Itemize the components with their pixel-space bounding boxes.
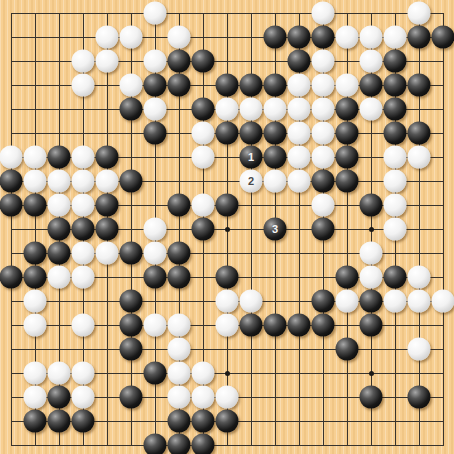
white-stone	[384, 218, 407, 241]
black-stone	[264, 74, 287, 97]
black-stone	[336, 98, 359, 121]
black-stone	[336, 266, 359, 289]
white-stone	[168, 386, 191, 409]
black-stone	[24, 266, 47, 289]
white-stone	[432, 290, 454, 313]
black-stone	[168, 194, 191, 217]
white-stone	[216, 290, 239, 313]
black-stone	[0, 194, 23, 217]
white-stone	[192, 194, 215, 217]
white-stone	[168, 338, 191, 361]
white-stone	[96, 170, 119, 193]
white-stone	[312, 2, 335, 25]
black-stone	[336, 122, 359, 145]
black-stone	[216, 266, 239, 289]
black-stone	[144, 74, 167, 97]
star-point	[225, 371, 230, 376]
white-stone	[408, 290, 431, 313]
black-stone	[168, 242, 191, 265]
black-stone	[240, 74, 263, 97]
black-stone	[384, 98, 407, 121]
white-stone	[360, 50, 383, 73]
white-stone	[192, 122, 215, 145]
black-stone	[384, 122, 407, 145]
white-stone	[360, 266, 383, 289]
white-stone	[408, 2, 431, 25]
black-stone	[168, 74, 191, 97]
black-stone	[432, 26, 454, 49]
white-stone	[408, 338, 431, 361]
white-stone	[312, 74, 335, 97]
black-stone	[192, 410, 215, 433]
black-stone	[96, 146, 119, 169]
white-stone	[72, 386, 95, 409]
white-stone	[312, 146, 335, 169]
black-stone	[168, 266, 191, 289]
white-stone	[408, 266, 431, 289]
black-stone	[312, 218, 335, 241]
move-number-label: 3	[272, 224, 278, 235]
white-stone	[72, 266, 95, 289]
black-stone	[408, 26, 431, 49]
white-stone	[72, 74, 95, 97]
black-stone	[120, 386, 143, 409]
black-stone	[192, 434, 215, 454]
black-stone	[408, 386, 431, 409]
white-stone	[144, 242, 167, 265]
white-stone	[168, 362, 191, 385]
white-stone	[312, 50, 335, 73]
star-point	[369, 227, 374, 232]
black-stone	[192, 50, 215, 73]
white-stone	[216, 386, 239, 409]
black-stone	[264, 122, 287, 145]
black-stone	[336, 338, 359, 361]
white-stone	[96, 50, 119, 73]
white-stone	[312, 98, 335, 121]
black-stone	[312, 290, 335, 313]
black-stone	[264, 146, 287, 169]
white-stone	[384, 146, 407, 169]
black-stone	[48, 386, 71, 409]
black-stone	[360, 290, 383, 313]
black-stone	[48, 242, 71, 265]
black-stone	[264, 26, 287, 49]
black-stone	[24, 194, 47, 217]
black-stone	[408, 122, 431, 145]
move-1-black-stone: 1	[240, 146, 263, 169]
white-stone	[144, 2, 167, 25]
white-stone	[288, 146, 311, 169]
white-stone	[168, 26, 191, 49]
black-stone	[288, 50, 311, 73]
white-stone	[24, 314, 47, 337]
white-stone	[312, 122, 335, 145]
black-stone	[96, 194, 119, 217]
white-stone	[72, 50, 95, 73]
black-stone	[216, 410, 239, 433]
move-2-white-stone: 2	[240, 170, 263, 193]
white-stone	[96, 26, 119, 49]
white-stone	[288, 74, 311, 97]
black-stone	[384, 50, 407, 73]
star-point	[369, 371, 374, 376]
white-stone	[288, 98, 311, 121]
white-stone	[360, 98, 383, 121]
black-stone	[216, 74, 239, 97]
black-stone	[360, 194, 383, 217]
white-stone	[144, 98, 167, 121]
white-stone	[120, 26, 143, 49]
white-stone	[192, 362, 215, 385]
black-stone	[192, 218, 215, 241]
white-stone	[192, 146, 215, 169]
white-stone	[96, 242, 119, 265]
black-stone	[336, 170, 359, 193]
black-stone	[288, 314, 311, 337]
white-stone	[240, 290, 263, 313]
white-stone	[72, 170, 95, 193]
white-stone	[72, 362, 95, 385]
black-stone	[144, 266, 167, 289]
black-stone	[120, 314, 143, 337]
black-stone	[72, 410, 95, 433]
black-stone	[312, 314, 335, 337]
black-stone	[48, 146, 71, 169]
black-stone	[360, 386, 383, 409]
white-stone	[336, 290, 359, 313]
white-stone	[72, 194, 95, 217]
white-stone	[360, 242, 383, 265]
black-stone	[144, 362, 167, 385]
black-stone	[192, 98, 215, 121]
black-stone	[48, 410, 71, 433]
white-stone	[408, 146, 431, 169]
white-stone	[288, 170, 311, 193]
black-stone	[336, 146, 359, 169]
white-stone	[312, 194, 335, 217]
star-point	[225, 227, 230, 232]
black-stone	[120, 98, 143, 121]
white-stone	[240, 98, 263, 121]
black-stone	[168, 50, 191, 73]
black-stone	[48, 218, 71, 241]
black-stone	[360, 314, 383, 337]
white-stone	[24, 146, 47, 169]
white-stone	[384, 194, 407, 217]
black-stone	[120, 170, 143, 193]
white-stone	[48, 170, 71, 193]
black-stone	[264, 314, 287, 337]
white-stone	[144, 218, 167, 241]
black-stone	[288, 26, 311, 49]
white-stone	[48, 194, 71, 217]
white-stone	[24, 362, 47, 385]
move-3-black-stone: 3	[264, 218, 287, 241]
white-stone	[144, 314, 167, 337]
white-stone	[24, 290, 47, 313]
white-stone	[384, 26, 407, 49]
black-stone	[24, 242, 47, 265]
black-stone	[216, 122, 239, 145]
black-stone	[96, 218, 119, 241]
black-stone	[120, 338, 143, 361]
white-stone	[384, 290, 407, 313]
black-stone	[216, 194, 239, 217]
white-stone	[216, 314, 239, 337]
white-stone	[144, 50, 167, 73]
white-stone	[384, 170, 407, 193]
black-stone	[240, 314, 263, 337]
white-stone	[24, 386, 47, 409]
white-stone	[48, 266, 71, 289]
black-stone	[168, 410, 191, 433]
white-stone	[168, 314, 191, 337]
white-stone	[336, 26, 359, 49]
move-number-label: 1	[248, 152, 254, 163]
move-number-label: 2	[248, 176, 254, 187]
white-stone	[192, 386, 215, 409]
black-stone	[144, 122, 167, 145]
black-stone	[120, 242, 143, 265]
white-stone	[72, 314, 95, 337]
white-stone	[48, 362, 71, 385]
black-stone	[384, 266, 407, 289]
black-stone	[312, 26, 335, 49]
black-stone	[168, 434, 191, 454]
white-stone	[24, 170, 47, 193]
white-stone	[336, 74, 359, 97]
go-board[interactable]: 123	[0, 0, 454, 454]
white-stone	[72, 146, 95, 169]
black-stone	[408, 74, 431, 97]
black-stone	[0, 170, 23, 193]
white-stone	[360, 26, 383, 49]
white-stone	[216, 98, 239, 121]
black-stone	[312, 170, 335, 193]
white-stone	[264, 170, 287, 193]
black-stone	[72, 218, 95, 241]
black-stone	[0, 266, 23, 289]
black-stone	[120, 290, 143, 313]
black-stone	[24, 410, 47, 433]
black-stone	[360, 74, 383, 97]
white-stone	[288, 122, 311, 145]
black-stone	[240, 122, 263, 145]
white-stone	[72, 242, 95, 265]
white-stone	[120, 74, 143, 97]
black-stone	[384, 74, 407, 97]
white-stone	[264, 98, 287, 121]
white-stone	[0, 146, 23, 169]
black-stone	[144, 434, 167, 454]
